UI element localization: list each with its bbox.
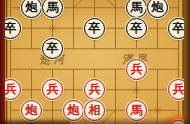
piece-grid[interactable]: 炮馬馬炮卒卒卒卒卒兵兵兵兵兵炮炮相馬車 [0, 0, 189, 124]
piece-glyph: 兵 [131, 59, 143, 78]
piece-glyph: 兵 [47, 80, 59, 99]
piece-red-horse[interactable]: 馬 [126, 100, 147, 121]
piece-black-pawn[interactable]: 卒 [42, 38, 63, 59]
piece-black-cannon[interactable]: 炮 [147, 0, 168, 18]
piece-glyph: 兵 [89, 80, 101, 99]
piece-glyph: 卒 [89, 18, 101, 37]
piece-black-horse[interactable]: 馬 [126, 0, 147, 18]
piece-glyph: 兵 [5, 80, 17, 99]
piece-glyph: 車 [173, 121, 185, 124]
piece-glyph: 炮 [68, 100, 80, 119]
piece-black-horse[interactable]: 馬 [42, 0, 63, 18]
piece-red-pawn[interactable]: 兵 [84, 79, 105, 100]
piece-red-cannon[interactable]: 炮 [21, 100, 42, 121]
piece-glyph: 炮 [26, 0, 38, 17]
piece-glyph: 炮 [152, 0, 164, 17]
piece-black-cannon[interactable]: 炮 [21, 0, 42, 18]
piece-red-elephant[interactable]: 相 [84, 100, 105, 121]
xiangqi-board: 楚河 漢界 炮馬馬炮卒卒卒卒卒兵兵兵兵兵炮炮相馬車 [0, 0, 190, 124]
piece-red-cannon[interactable]: 炮 [63, 100, 84, 121]
piece-glyph: 馬 [47, 0, 59, 17]
piece-glyph: 卒 [131, 18, 143, 37]
piece-glyph: 卒 [5, 18, 17, 37]
piece-red-pawn[interactable]: 兵 [42, 79, 63, 100]
frame-edge-right [184, 0, 190, 124]
piece-glyph: 卒 [173, 18, 185, 37]
piece-glyph: 馬 [131, 100, 143, 119]
piece-glyph: 馬 [131, 0, 143, 17]
table-edge-left [0, 0, 5, 124]
piece-glyph: 相 [89, 100, 101, 119]
piece-glyph: 卒 [47, 39, 59, 58]
piece-glyph: 炮 [26, 100, 38, 119]
piece-black-pawn[interactable]: 卒 [84, 18, 105, 39]
piece-red-pawn[interactable]: 兵 [126, 59, 147, 80]
piece-glyph: 兵 [173, 80, 185, 99]
piece-black-pawn[interactable]: 卒 [126, 18, 147, 39]
